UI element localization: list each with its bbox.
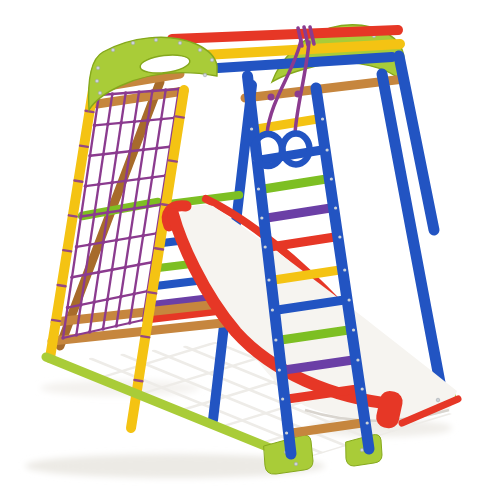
screw: [267, 278, 270, 281]
screw: [98, 91, 102, 95]
net-knot: [84, 184, 88, 188]
screw: [257, 187, 260, 190]
net-knot: [88, 330, 92, 334]
net-knot: [133, 207, 137, 211]
play-gym-photo: Children's wooden indoor sport play gym …: [0, 0, 500, 500]
net-knot: [124, 265, 128, 269]
strap-knot-right: [295, 91, 302, 98]
net-knot: [137, 177, 141, 181]
net-knot: [119, 295, 123, 299]
net-knot: [106, 211, 110, 215]
net-knot: [115, 324, 119, 328]
net-knot: [119, 121, 123, 125]
net-lashing: [63, 250, 71, 251]
net-knot: [137, 263, 141, 267]
net-knot: [79, 303, 83, 307]
screw: [131, 41, 135, 45]
net-knot: [119, 209, 123, 213]
net-knot: [110, 181, 114, 185]
net-knot: [102, 152, 106, 156]
net-knot: [75, 333, 79, 337]
screw: [96, 66, 100, 70]
screw: [321, 117, 324, 120]
net-lashing: [69, 215, 77, 216]
screw: [210, 58, 214, 62]
screw: [260, 216, 263, 219]
screw: [111, 48, 115, 52]
net-knot: [128, 321, 132, 325]
net-knot: [93, 124, 97, 128]
screw: [274, 338, 277, 341]
screw: [264, 245, 267, 248]
net-knot: [93, 213, 97, 217]
net-knot: [88, 243, 92, 247]
net-knot: [151, 89, 155, 93]
screw: [95, 79, 99, 83]
screw: [203, 73, 207, 77]
net-knot: [101, 327, 105, 331]
net-knot: [115, 238, 119, 242]
net-knot: [75, 245, 79, 249]
screw: [285, 431, 288, 434]
net-knot: [150, 176, 154, 180]
net-knot: [146, 205, 150, 209]
net-knot: [106, 298, 110, 302]
net-lashing: [52, 320, 60, 321]
net-knot: [97, 183, 101, 187]
net-knot: [124, 179, 128, 183]
net-knot: [61, 336, 65, 340]
play-gym-illustration: [0, 0, 500, 500]
net-lashing: [58, 285, 66, 286]
net-lashing: [86, 111, 94, 112]
screw: [361, 387, 364, 390]
screw: [356, 358, 359, 361]
net-knot: [92, 300, 96, 304]
screw: [360, 448, 364, 452]
net-lashing: [148, 292, 156, 293]
net-knot: [70, 275, 74, 279]
net-knot: [124, 91, 128, 95]
strap-knot-left: [268, 94, 275, 101]
net-lashing: [155, 248, 163, 249]
screw: [278, 368, 281, 371]
screw: [178, 41, 182, 45]
net-lashing: [74, 180, 82, 181]
net-lashing: [141, 336, 149, 337]
net-knot: [128, 149, 132, 153]
net-knot: [111, 92, 115, 96]
net-knot: [155, 146, 159, 150]
net-knot: [137, 90, 141, 94]
net-knot: [159, 117, 163, 121]
screw: [294, 462, 298, 466]
net-knot: [133, 120, 137, 124]
net-knot: [142, 148, 146, 152]
screw: [271, 308, 274, 311]
screw: [330, 177, 333, 180]
net-knot: [79, 215, 83, 219]
net-knot: [132, 292, 136, 296]
screw: [338, 235, 341, 238]
net-knot: [97, 270, 101, 274]
net-knot: [146, 119, 150, 123]
screw: [352, 328, 355, 331]
screw: [198, 48, 202, 52]
net-lashing: [176, 116, 184, 117]
net-knot: [110, 268, 114, 272]
screw: [334, 206, 337, 209]
screw: [348, 298, 351, 301]
net-knot: [164, 88, 168, 92]
screw: [250, 127, 253, 130]
net-knot: [141, 234, 145, 238]
net-knot: [128, 236, 132, 240]
net-knot: [106, 122, 110, 126]
screw: [326, 148, 329, 151]
screw: [281, 397, 284, 400]
screw: [366, 421, 369, 424]
net-lashing: [80, 146, 88, 147]
net-knot: [88, 154, 92, 158]
net-knot: [115, 151, 119, 155]
net-knot: [101, 241, 105, 245]
net-knot: [84, 273, 88, 277]
screw: [436, 398, 440, 402]
net-lashing: [169, 160, 177, 161]
screw: [343, 268, 346, 271]
net-knot: [66, 306, 70, 310]
screw: [154, 38, 158, 42]
net-lashing: [134, 380, 142, 381]
